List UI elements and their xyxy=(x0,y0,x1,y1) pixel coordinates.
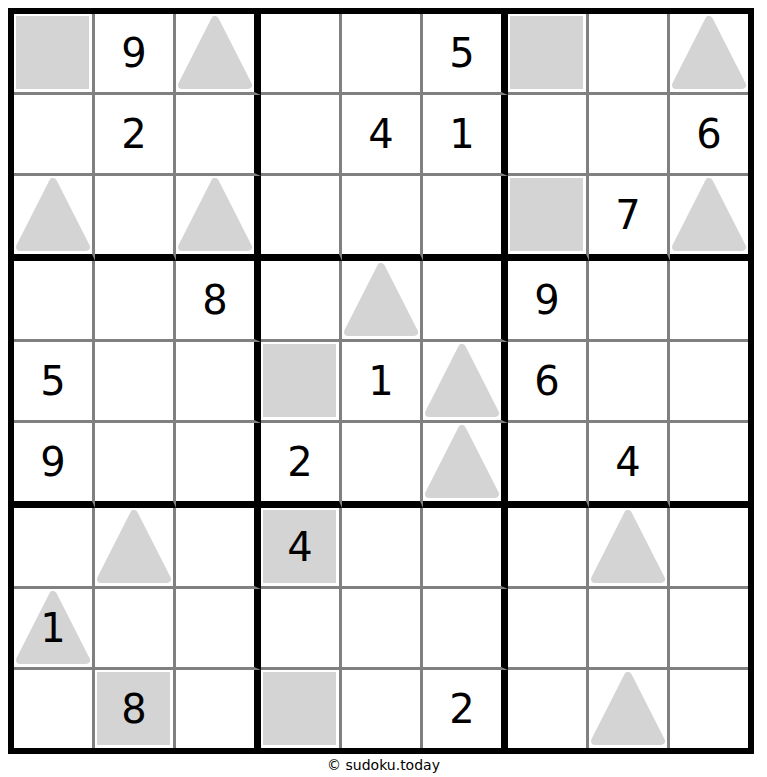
given-digit: 7 xyxy=(615,195,640,235)
cell-r2c9[interactable]: 6 xyxy=(670,95,748,176)
cell-r1c5[interactable] xyxy=(342,14,423,95)
cell-r9c1[interactable] xyxy=(14,670,95,748)
cell-r5c3[interactable] xyxy=(176,342,261,423)
cell-r1c2[interactable]: 9 xyxy=(95,14,176,95)
cell-r5c7[interactable]: 6 xyxy=(508,342,589,423)
square-mark xyxy=(263,344,336,417)
given-digit: 9 xyxy=(121,33,146,73)
cell-r1c6[interactable]: 5 xyxy=(423,14,508,95)
cell-r2c8[interactable] xyxy=(589,95,670,176)
triangle-mark xyxy=(590,510,666,583)
cell-r8c9[interactable] xyxy=(670,589,748,670)
cell-r7c8[interactable] xyxy=(589,508,670,589)
cell-r6c9[interactable] xyxy=(670,423,748,508)
cell-r9c7[interactable] xyxy=(508,670,589,748)
given-digit: 2 xyxy=(449,689,474,729)
cell-r5c6[interactable] xyxy=(423,342,508,423)
cell-r8c2[interactable] xyxy=(95,589,176,670)
cell-r2c2[interactable]: 2 xyxy=(95,95,176,176)
cell-r7c3[interactable] xyxy=(176,508,261,589)
cell-r3c1[interactable] xyxy=(14,176,95,261)
cell-r3c3[interactable] xyxy=(176,176,261,261)
cell-r9c8[interactable] xyxy=(589,670,670,748)
square-mark xyxy=(263,672,336,745)
given-digit: 4 xyxy=(615,442,640,482)
square-mark xyxy=(510,16,583,89)
triangle-mark xyxy=(343,263,419,336)
given-digit: 8 xyxy=(202,280,227,320)
cell-r7c4[interactable]: 4 xyxy=(261,508,342,589)
cell-r4c1[interactable] xyxy=(14,261,95,342)
cell-r3c5[interactable] xyxy=(342,176,423,261)
cell-r3c6[interactable] xyxy=(423,176,508,261)
cell-r7c6[interactable] xyxy=(423,508,508,589)
given-digit: 9 xyxy=(534,280,559,320)
square-mark xyxy=(510,178,583,251)
cell-r7c1[interactable] xyxy=(14,508,95,589)
cell-r9c6[interactable]: 2 xyxy=(423,670,508,748)
cell-r1c1[interactable] xyxy=(14,14,95,95)
cell-r8c6[interactable] xyxy=(423,589,508,670)
cell-r6c4[interactable]: 2 xyxy=(261,423,342,508)
triangle-mark xyxy=(671,178,747,251)
cell-r6c8[interactable]: 4 xyxy=(589,423,670,508)
cell-r1c9[interactable] xyxy=(670,14,748,95)
page: 9524167895169244182 © sudoku.today xyxy=(0,0,767,777)
cell-r8c1[interactable]: 1 xyxy=(14,589,95,670)
cell-r8c7[interactable] xyxy=(508,589,589,670)
cell-r7c5[interactable] xyxy=(342,508,423,589)
cell-r4c7[interactable]: 9 xyxy=(508,261,589,342)
cell-r9c2[interactable]: 8 xyxy=(95,670,176,748)
cell-r3c7[interactable] xyxy=(508,176,589,261)
cell-r7c9[interactable] xyxy=(670,508,748,589)
cell-r5c1[interactable]: 5 xyxy=(14,342,95,423)
given-digit: 2 xyxy=(287,442,312,482)
cell-r6c6[interactable] xyxy=(423,423,508,508)
given-digit: 5 xyxy=(449,33,474,73)
cell-r3c8[interactable]: 7 xyxy=(589,176,670,261)
cell-r6c3[interactable] xyxy=(176,423,261,508)
cell-r8c5[interactable] xyxy=(342,589,423,670)
cell-r4c2[interactable] xyxy=(95,261,176,342)
cell-r5c4[interactable] xyxy=(261,342,342,423)
cell-r5c8[interactable] xyxy=(589,342,670,423)
given-digit: 1 xyxy=(40,608,65,648)
cell-r4c9[interactable] xyxy=(670,261,748,342)
cell-r2c7[interactable] xyxy=(508,95,589,176)
given-digit: 5 xyxy=(40,361,65,401)
cell-r7c2[interactable] xyxy=(95,508,176,589)
cell-r9c3[interactable] xyxy=(176,670,261,748)
square-mark xyxy=(16,16,89,89)
copyright: © sudoku.today xyxy=(0,757,767,773)
cell-r3c2[interactable] xyxy=(95,176,176,261)
triangle-mark xyxy=(177,16,253,89)
triangle-mark xyxy=(671,16,747,89)
cell-r6c5[interactable] xyxy=(342,423,423,508)
given-digit: 4 xyxy=(287,527,312,567)
cell-r2c4[interactable] xyxy=(261,95,342,176)
cell-r1c8[interactable] xyxy=(589,14,670,95)
given-digit: 6 xyxy=(696,114,721,154)
cell-r6c1[interactable]: 9 xyxy=(14,423,95,508)
cell-r1c3[interactable] xyxy=(176,14,261,95)
cell-r2c3[interactable] xyxy=(176,95,261,176)
given-digit: 8 xyxy=(121,689,146,729)
cell-r4c4[interactable] xyxy=(261,261,342,342)
cell-r2c1[interactable] xyxy=(14,95,95,176)
given-digit: 2 xyxy=(121,114,146,154)
cell-r2c6[interactable]: 1 xyxy=(423,95,508,176)
cell-r5c2[interactable] xyxy=(95,342,176,423)
cell-r1c7[interactable] xyxy=(508,14,589,95)
given-digit: 6 xyxy=(534,361,559,401)
given-digit: 9 xyxy=(40,442,65,482)
cell-r9c9[interactable] xyxy=(670,670,748,748)
cell-r1c4[interactable] xyxy=(261,14,342,95)
triangle-mark xyxy=(177,178,253,251)
cell-r9c5[interactable] xyxy=(342,670,423,748)
triangle-mark xyxy=(590,672,666,745)
given-digit: 1 xyxy=(368,361,393,401)
given-digit: 4 xyxy=(368,114,393,154)
cell-r7c7[interactable] xyxy=(508,508,589,589)
triangle-mark xyxy=(424,425,500,498)
cell-r6c7[interactable] xyxy=(508,423,589,508)
cell-r4c3[interactable]: 8 xyxy=(176,261,261,342)
cell-r3c4[interactable] xyxy=(261,176,342,261)
triangle-mark xyxy=(424,344,500,417)
cell-r5c5[interactable]: 1 xyxy=(342,342,423,423)
cell-r3c9[interactable] xyxy=(670,176,748,261)
given-digit: 1 xyxy=(449,114,474,154)
sudoku-board: 9524167895169244182 xyxy=(8,8,754,754)
cell-r6c2[interactable] xyxy=(95,423,176,508)
cell-r8c4[interactable] xyxy=(261,589,342,670)
triangle-mark xyxy=(15,178,91,251)
triangle-mark xyxy=(96,510,172,583)
cell-r8c8[interactable] xyxy=(589,589,670,670)
cell-r4c6[interactable] xyxy=(423,261,508,342)
cell-r8c3[interactable] xyxy=(176,589,261,670)
cell-r4c5[interactable] xyxy=(342,261,423,342)
cell-r2c5[interactable]: 4 xyxy=(342,95,423,176)
cell-r9c4[interactable] xyxy=(261,670,342,748)
cell-r4c8[interactable] xyxy=(589,261,670,342)
cell-r5c9[interactable] xyxy=(670,342,748,423)
